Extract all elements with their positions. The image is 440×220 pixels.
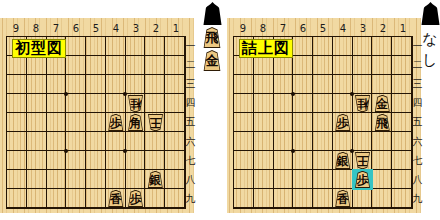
piece-kanji: 銀: [334, 155, 351, 167]
piece-body: 銀: [334, 152, 351, 170]
file-label: 7: [46, 22, 66, 35]
file-label: 7: [273, 22, 293, 35]
rank-label: 九: [186, 190, 195, 209]
file-label: 5: [313, 22, 333, 35]
file-label: 2: [373, 22, 393, 35]
rank-label: 七: [186, 151, 195, 170]
rank-label: 三: [186, 74, 195, 93]
file-label: 2: [146, 22, 166, 35]
piece-kanji: 桂: [354, 97, 371, 109]
file-label: 6: [66, 22, 86, 35]
board-grid: 桂金歩飛銀王歩香: [233, 36, 413, 209]
piece-2-5-王: 王: [145, 113, 165, 132]
sente-hand-tray: 飛金: [201, 2, 223, 71]
file-label: 9: [233, 22, 253, 35]
rank-label: 四: [413, 94, 422, 113]
rank-label: 四: [186, 94, 195, 113]
piece-2-8-銀: 銀: [145, 170, 165, 189]
rank-label: 八: [413, 171, 422, 190]
rank-label: 六: [186, 132, 195, 151]
piece-body: 飛: [374, 114, 391, 132]
sente-piece-icon: [203, 2, 222, 25]
piece-kanji: 飛: [374, 117, 391, 129]
piece-kanji: 桂: [127, 97, 144, 109]
piece-body: 歩: [127, 190, 144, 208]
piece-body: 銀: [147, 171, 164, 189]
rank-label: 六: [413, 132, 422, 151]
piece-body: 歩: [107, 114, 124, 132]
sente-hand-tray: なし: [419, 2, 440, 71]
rank-labels: 一二三四五六七八九: [186, 36, 195, 209]
piece-4-5-歩: 歩: [106, 113, 126, 132]
rank-label: 八: [186, 171, 195, 190]
piece-3-4-桂: 桂: [126, 94, 146, 113]
shogi-diagram-page: { "game": "shogi", "diagram_type": "tsum…: [0, 0, 440, 220]
rank-label: 九: [413, 190, 422, 209]
file-label: 9: [6, 22, 26, 35]
file-labels: 987654321: [6, 22, 186, 35]
file-label: 6: [293, 22, 313, 35]
piece-kanji: 香: [334, 193, 351, 205]
rank-label: 五: [413, 113, 422, 132]
rank-label: 二: [186, 55, 195, 74]
piece-kanji: 王: [147, 116, 164, 128]
piece-body: 歩: [334, 114, 351, 132]
piece-kanji: 王: [354, 154, 371, 166]
piece-kanji: 銀: [147, 174, 164, 186]
star-point: [123, 149, 127, 153]
piece-2-5-飛: 飛: [372, 113, 392, 132]
hand-piece-金: 金: [203, 50, 222, 71]
piece-body: 王: [147, 114, 164, 132]
star-point: [64, 92, 68, 96]
piece-kanji: 飛: [203, 31, 222, 44]
piece-body: 角: [127, 114, 144, 132]
board-mate-diagram: 987654321 桂金歩飛銀王歩香 一二三四五六七八九 詰上図: [227, 18, 421, 213]
piece-body: 桂: [354, 95, 371, 113]
piece-body: 香: [334, 190, 351, 208]
piece-4-9-香: 香: [106, 189, 126, 208]
file-label: 4: [106, 22, 126, 35]
board-grid: 桂歩角王銀香歩: [6, 36, 186, 209]
piece-kanji: 歩: [127, 193, 144, 205]
piece-4-7-銀: 銀: [333, 151, 353, 170]
rank-label: 七: [413, 151, 422, 170]
pieces-in-hand: 飛金: [203, 25, 222, 71]
file-label: 8: [26, 22, 46, 35]
star-point: [64, 149, 68, 153]
piece-kanji: 香: [107, 193, 124, 205]
pieces-in-hand: なし: [422, 25, 438, 71]
piece-kanji: 金: [203, 54, 222, 67]
diagram-title: 初型図: [12, 39, 66, 58]
diagram-title: 詰上図: [239, 39, 293, 58]
piece-body: 王: [354, 152, 371, 170]
piece-3-5-角: 角: [126, 113, 146, 132]
rank-label: 五: [186, 113, 195, 132]
file-label: 5: [86, 22, 106, 35]
rank-label: 一: [186, 36, 195, 55]
board-initial-diagram: 987654321 桂歩角王銀香歩 一二三四五六七八九 初型図: [0, 18, 194, 213]
piece-body: 香: [107, 190, 124, 208]
piece-kanji: 金: [374, 98, 391, 110]
piece-4-5-歩: 歩: [333, 113, 353, 132]
piece-kanji: 歩: [354, 174, 371, 186]
piece-body: 歩: [354, 171, 371, 189]
piece-kanji: 角: [127, 117, 144, 129]
piece-kanji: 歩: [107, 117, 124, 129]
star-point: [291, 149, 295, 153]
rank-label: 三: [413, 74, 422, 93]
piece-3-9-歩: 歩: [126, 189, 146, 208]
piece-body: 金: [374, 95, 391, 113]
piece-2-4-金: 金: [372, 94, 392, 113]
sente-piece-icon: [421, 2, 440, 25]
file-label: 1: [166, 22, 186, 35]
piece-body: 桂: [127, 95, 144, 113]
file-label: 3: [126, 22, 146, 35]
star-point: [291, 92, 295, 96]
file-label: 4: [333, 22, 353, 35]
hand-none-label: なし: [422, 29, 438, 71]
file-labels: 987654321: [233, 22, 413, 35]
piece-kanji: 歩: [334, 117, 351, 129]
piece-3-7-王: 王: [353, 151, 373, 170]
piece-3-4-桂: 桂: [353, 94, 373, 113]
piece-4-9-香: 香: [333, 189, 353, 208]
piece-3-8-歩: 歩: [353, 170, 373, 189]
hand-piece-飛: 飛: [203, 27, 222, 48]
file-label: 3: [353, 22, 373, 35]
file-label: 8: [253, 22, 273, 35]
file-label: 1: [393, 22, 413, 35]
